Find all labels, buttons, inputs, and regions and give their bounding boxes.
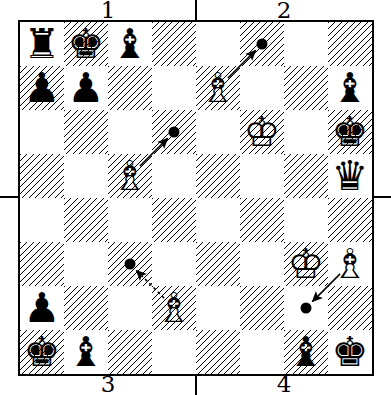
square-r1c2 [108, 242, 152, 286]
square-r0c3 [328, 22, 372, 66]
black-bishop: ♝ [284, 330, 328, 374]
square-r3c0 [20, 154, 64, 198]
square-r0c3 [328, 198, 372, 242]
square-r0c0: ♜ [20, 22, 64, 66]
square-r1c2 [284, 66, 328, 110]
square-r0c0 [20, 198, 64, 242]
square-r0c2: ♝ [108, 22, 152, 66]
square-r3c3 [152, 330, 196, 374]
puzzle-sheet: 1 2 3 4 ♜♚♝♟♟♗ ♗♝♔♚♛ ♟♗♚♝ ♔♗♝♚ [0, 0, 391, 395]
square-r1c1 [64, 242, 108, 286]
square-r1c3: ♗ [328, 242, 372, 286]
square-r1c0 [20, 242, 64, 286]
square-r2c3: ♚ [328, 110, 372, 154]
square-r2c0 [20, 110, 64, 154]
diagram-2-label: 2 [196, 0, 372, 23]
square-r3c0: ♚ [20, 330, 64, 374]
diagram-1-board: ♜♚♝♟♟♗ [20, 22, 196, 198]
square-r1c3: ♝ [328, 66, 372, 110]
square-r1c0: ♗ [196, 66, 240, 110]
square-r1c1 [240, 242, 284, 286]
square-r2c0 [196, 110, 240, 154]
square-r2c0: ♟ [20, 286, 64, 330]
square-r2c2 [284, 286, 328, 330]
square-r0c0 [196, 198, 240, 242]
square-r3c1 [240, 330, 284, 374]
square-r3c3 [152, 154, 196, 198]
black-bishop: ♝ [64, 330, 108, 374]
square-r3c1 [64, 154, 108, 198]
square-r3c0 [196, 154, 240, 198]
diagram-3-board: ♟♗♚♝ [20, 198, 196, 374]
black-king: ♚ [328, 330, 372, 374]
square-r0c3 [152, 22, 196, 66]
square-r0c2 [284, 22, 328, 66]
white-bishop: ♗ [328, 242, 372, 286]
square-r3c3: ♛ [328, 154, 372, 198]
square-r3c3: ♚ [328, 330, 372, 374]
square-r2c3: ♗ [152, 286, 196, 330]
black-bishop: ♝ [328, 66, 372, 110]
black-king: ♚ [20, 330, 64, 374]
square-r1c0: ♟ [20, 66, 64, 110]
square-r2c0 [196, 286, 240, 330]
square-r2c1 [240, 286, 284, 330]
black-pawn: ♟ [20, 66, 64, 110]
square-r0c3 [152, 198, 196, 242]
square-r1c1: ♟ [64, 66, 108, 110]
square-r2c1 [64, 286, 108, 330]
square-r0c1 [240, 198, 284, 242]
square-r0c1 [240, 22, 284, 66]
square-r1c0 [196, 242, 240, 286]
square-r3c1: ♝ [64, 330, 108, 374]
square-r2c3 [152, 110, 196, 154]
black-bishop: ♝ [108, 22, 152, 66]
square-r2c2 [108, 286, 152, 330]
square-r0c1: ♚ [64, 22, 108, 66]
square-r0c2 [284, 198, 328, 242]
diagram-4-board: ♔♗♝♚ [196, 198, 372, 374]
square-r2c1 [64, 110, 108, 154]
square-r2c2 [108, 110, 152, 154]
square-r0c0 [196, 22, 240, 66]
square-r1c2: ♔ [284, 242, 328, 286]
black-pawn: ♟ [20, 286, 64, 330]
square-r3c0 [196, 330, 240, 374]
white-bishop: ♗ [196, 66, 240, 110]
square-r2c1: ♔ [240, 110, 284, 154]
white-king: ♔ [240, 110, 284, 154]
square-r1c1 [240, 66, 284, 110]
square-r1c3 [152, 66, 196, 110]
square-r0c2 [108, 198, 152, 242]
diagram-2-board: ♗♝♔♚♛ [196, 22, 372, 198]
square-r3c1 [240, 154, 284, 198]
square-r3c2: ♝ [284, 330, 328, 374]
black-queen: ♛ [328, 154, 372, 198]
white-king: ♔ [284, 242, 328, 286]
black-king: ♚ [328, 110, 372, 154]
white-bishop: ♗ [152, 286, 196, 330]
white-bishop: ♗ [108, 154, 152, 198]
square-r3c2 [284, 154, 328, 198]
square-r2c2 [284, 110, 328, 154]
square-r0c1 [64, 198, 108, 242]
square-r1c2 [108, 66, 152, 110]
black-king: ♚ [64, 22, 108, 66]
square-r3c2: ♗ [108, 154, 152, 198]
black-rook: ♜ [20, 22, 64, 66]
square-r2c3 [328, 286, 372, 330]
square-r3c2 [108, 330, 152, 374]
square-r1c3 [152, 242, 196, 286]
black-pawn: ♟ [64, 66, 108, 110]
